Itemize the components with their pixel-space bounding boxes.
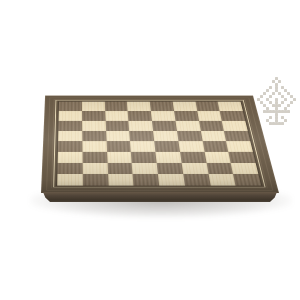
square-r0c5 xyxy=(172,102,196,111)
square-r4c1 xyxy=(82,141,106,152)
square-r3c3 xyxy=(129,131,154,141)
square-r6c7 xyxy=(231,163,259,174)
chess-board xyxy=(14,0,279,193)
square-r1c0 xyxy=(59,111,82,121)
square-r2c5 xyxy=(175,121,200,131)
square-r4c5 xyxy=(178,141,204,152)
playing-field xyxy=(57,102,261,186)
square-r6c3 xyxy=(132,163,158,174)
square-r7c4 xyxy=(158,174,185,186)
square-r2c0 xyxy=(58,121,82,131)
square-r2c1 xyxy=(82,121,106,131)
square-r1c4 xyxy=(151,111,175,121)
square-r5c0 xyxy=(58,152,83,163)
square-r0c2 xyxy=(104,102,127,111)
square-r2c2 xyxy=(105,121,129,131)
square-r0c4 xyxy=(150,102,174,111)
square-r1c1 xyxy=(82,111,105,121)
square-r0c0 xyxy=(59,102,82,111)
square-r6c5 xyxy=(181,163,208,174)
square-r7c1 xyxy=(83,174,109,186)
square-r0c6 xyxy=(195,102,220,111)
square-r6c6 xyxy=(206,163,233,174)
square-r5c5 xyxy=(180,152,206,163)
square-r4c7 xyxy=(226,141,253,152)
board-front-edge xyxy=(43,192,277,202)
square-r5c2 xyxy=(107,152,132,163)
square-r5c3 xyxy=(131,152,157,163)
square-r6c1 xyxy=(82,163,107,174)
square-r5c6 xyxy=(204,152,231,163)
square-r5c7 xyxy=(228,152,255,163)
square-r2c6 xyxy=(199,121,224,131)
square-r1c3 xyxy=(128,111,152,121)
square-r3c4 xyxy=(153,131,178,141)
square-r3c5 xyxy=(177,131,203,141)
square-r1c5 xyxy=(174,111,199,121)
square-r3c1 xyxy=(82,131,106,141)
square-r2c4 xyxy=(152,121,177,131)
square-r4c6 xyxy=(202,141,228,152)
square-r1c6 xyxy=(197,111,222,121)
square-r4c2 xyxy=(106,141,131,152)
square-r2c7 xyxy=(222,121,248,131)
square-r2c3 xyxy=(129,121,153,131)
square-r6c0 xyxy=(57,163,82,174)
board-top-surface xyxy=(41,95,279,193)
square-r7c6 xyxy=(208,174,236,186)
square-r7c7 xyxy=(233,174,261,186)
square-r0c1 xyxy=(82,102,105,111)
logo-pixel-empty xyxy=(293,122,296,125)
square-r0c7 xyxy=(218,102,243,111)
chessboard-product-photo xyxy=(0,0,300,300)
square-r7c0 xyxy=(57,174,83,186)
square-r4c3 xyxy=(130,141,155,152)
square-r5c1 xyxy=(82,152,107,163)
square-r4c0 xyxy=(58,141,82,152)
square-r3c6 xyxy=(200,131,226,141)
square-r7c5 xyxy=(183,174,210,186)
square-r6c4 xyxy=(157,163,183,174)
square-r3c2 xyxy=(106,131,130,141)
square-r0c3 xyxy=(127,102,151,111)
square-r3c7 xyxy=(224,131,250,141)
square-r5c4 xyxy=(155,152,181,163)
board-frame-bottom xyxy=(41,186,279,193)
square-r3c0 xyxy=(58,131,82,141)
square-r1c7 xyxy=(220,111,245,121)
square-r4c4 xyxy=(154,141,180,152)
square-r7c2 xyxy=(108,174,134,186)
square-r6c2 xyxy=(107,163,133,174)
square-r1c2 xyxy=(105,111,129,121)
square-r7c3 xyxy=(133,174,159,186)
